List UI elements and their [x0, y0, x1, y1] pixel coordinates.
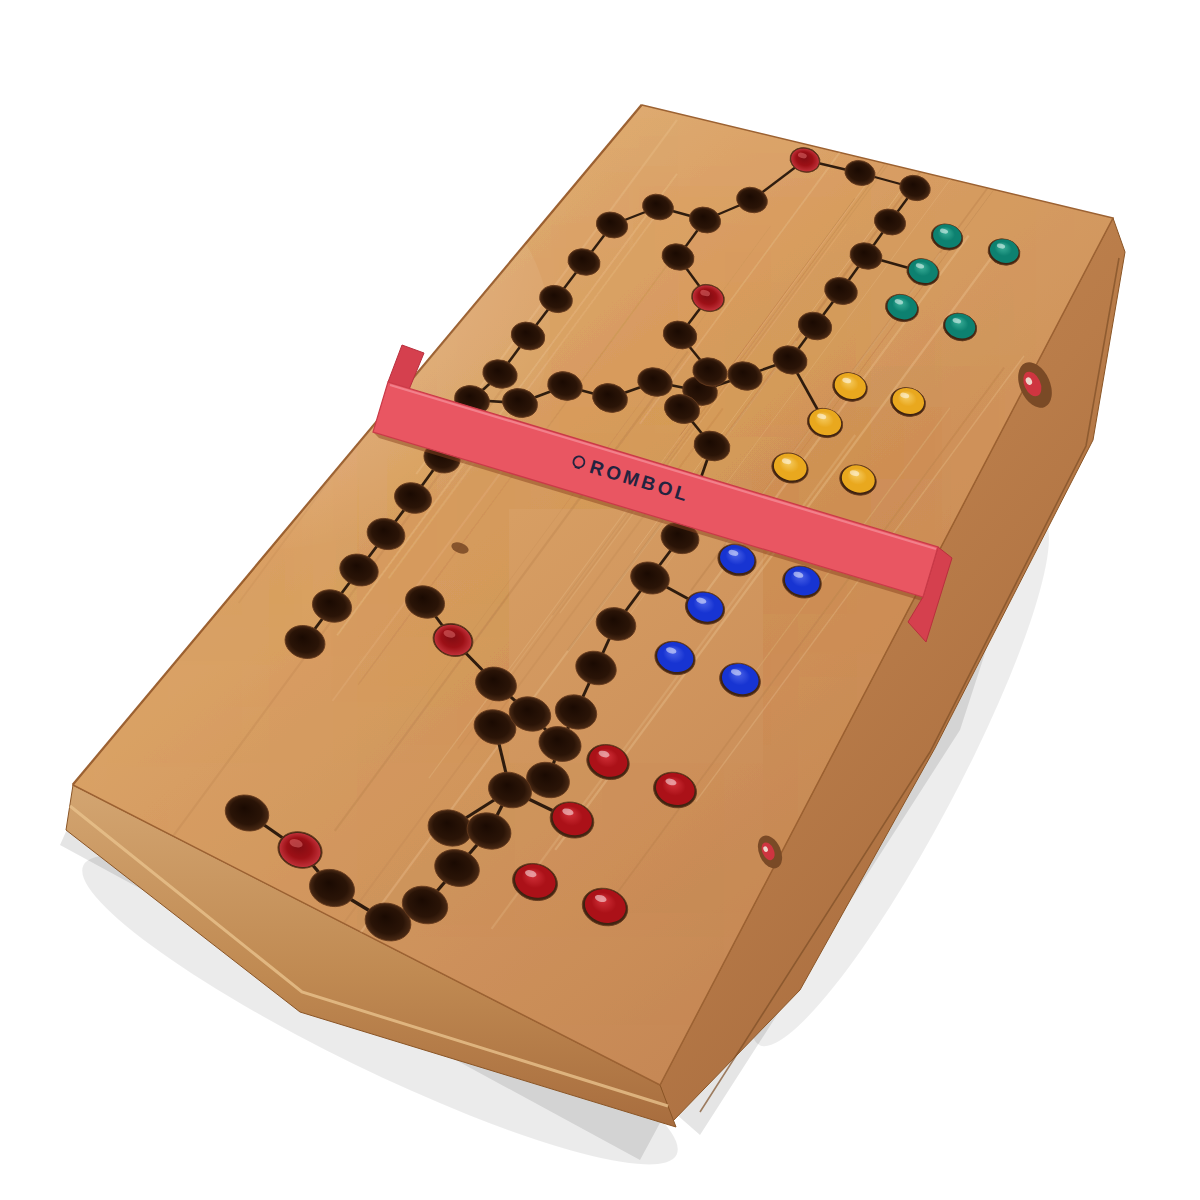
- grain-streak: [0, 189, 116, 488]
- grain-streak: [11, 146, 337, 588]
- grain-streak: [0, 133, 312, 626]
- grain-streak: [0, 256, 185, 514]
- board-photo-canvas: ROMBOL: [0, 0, 1200, 1200]
- grain-streak: [0, 215, 93, 790]
- grain-streak: [0, 143, 177, 406]
- grain-streak: [7, 247, 200, 509]
- product-photo-wooden-ludo-board: ROMBOL: [0, 0, 1200, 1200]
- grain-streak: [0, 183, 293, 613]
- grain-streak: [0, 153, 260, 531]
